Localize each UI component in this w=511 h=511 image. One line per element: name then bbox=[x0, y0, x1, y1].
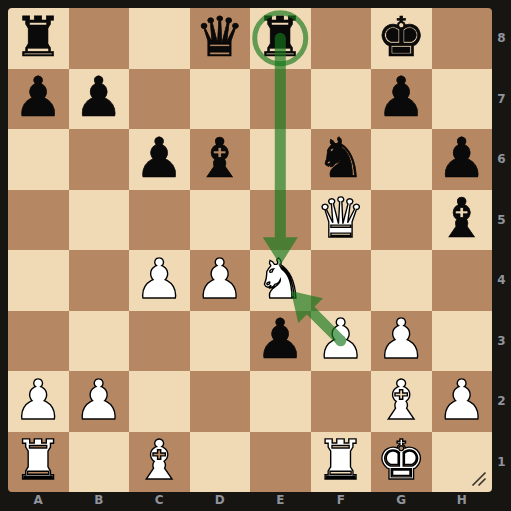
piece-black-pawn[interactable]: ♟ bbox=[14, 70, 63, 125]
file-label-f: F bbox=[311, 490, 372, 509]
square-g4[interactable] bbox=[371, 250, 432, 311]
square-a8[interactable]: ♜ bbox=[8, 8, 69, 69]
square-e1[interactable] bbox=[250, 432, 311, 493]
file-label-h: H bbox=[432, 490, 493, 509]
piece-white-pawn[interactable]: ♟ bbox=[316, 312, 365, 367]
rank-label-4: 4 bbox=[492, 250, 511, 311]
square-h7[interactable] bbox=[432, 69, 493, 130]
piece-white-rook[interactable]: ♜ bbox=[316, 433, 365, 488]
file-coordinates: ABCDEFGH bbox=[8, 490, 492, 509]
piece-black-rook[interactable]: ♜ bbox=[14, 10, 63, 65]
square-h5[interactable]: ♝ bbox=[432, 190, 493, 251]
square-d8[interactable]: ♛ bbox=[190, 8, 251, 69]
square-b8[interactable] bbox=[69, 8, 130, 69]
square-c6[interactable]: ♟ bbox=[129, 129, 190, 190]
rank-label-7: 7 bbox=[492, 69, 511, 130]
square-b3[interactable] bbox=[69, 311, 130, 372]
piece-white-knight[interactable]: ♞ bbox=[256, 252, 305, 307]
piece-black-bishop[interactable]: ♝ bbox=[437, 191, 486, 246]
square-c8[interactable] bbox=[129, 8, 190, 69]
square-e7[interactable] bbox=[250, 69, 311, 130]
piece-white-queen[interactable]: ♛ bbox=[316, 191, 365, 246]
square-c3[interactable] bbox=[129, 311, 190, 372]
square-e3[interactable]: ♟ bbox=[250, 311, 311, 372]
piece-white-pawn[interactable]: ♟ bbox=[437, 373, 486, 428]
square-f7[interactable] bbox=[311, 69, 372, 130]
rank-label-5: 5 bbox=[492, 190, 511, 251]
rank-label-6: 6 bbox=[492, 129, 511, 190]
square-a6[interactable] bbox=[8, 129, 69, 190]
piece-black-king[interactable]: ♚ bbox=[377, 10, 426, 65]
square-f1[interactable]: ♜ bbox=[311, 432, 372, 493]
square-e8[interactable]: ♜ bbox=[250, 8, 311, 69]
file-label-d: D bbox=[190, 490, 251, 509]
square-c4[interactable]: ♟ bbox=[129, 250, 190, 311]
square-h2[interactable]: ♟ bbox=[432, 371, 493, 432]
square-e4[interactable]: ♞ bbox=[250, 250, 311, 311]
square-h3[interactable] bbox=[432, 311, 493, 372]
piece-black-bishop[interactable]: ♝ bbox=[195, 131, 244, 186]
square-e2[interactable] bbox=[250, 371, 311, 432]
piece-white-pawn[interactable]: ♟ bbox=[14, 373, 63, 428]
square-b4[interactable] bbox=[69, 250, 130, 311]
square-d4[interactable]: ♟ bbox=[190, 250, 251, 311]
piece-black-pawn[interactable]: ♟ bbox=[135, 131, 184, 186]
square-c7[interactable] bbox=[129, 69, 190, 130]
rank-label-2: 2 bbox=[492, 371, 511, 432]
piece-white-bishop[interactable]: ♝ bbox=[377, 373, 426, 428]
chess-app-stage: ♜♛♜♚♟♟♟♟♝♞♟♛♝♟♟♞♟♟♟♟♟♝♟♜♝♜♚ 87654321 ABC… bbox=[0, 0, 511, 511]
square-h6[interactable]: ♟ bbox=[432, 129, 493, 190]
square-a1[interactable]: ♜ bbox=[8, 432, 69, 493]
chess-board: ♜♛♜♚♟♟♟♟♝♞♟♛♝♟♟♞♟♟♟♟♟♝♟♜♝♜♚ bbox=[8, 8, 492, 492]
square-b5[interactable] bbox=[69, 190, 130, 251]
rank-coordinates: 87654321 bbox=[492, 8, 511, 492]
square-b1[interactable] bbox=[69, 432, 130, 493]
file-label-b: B bbox=[69, 490, 130, 509]
square-c2[interactable] bbox=[129, 371, 190, 432]
square-b2[interactable]: ♟ bbox=[69, 371, 130, 432]
square-g8[interactable]: ♚ bbox=[371, 8, 432, 69]
square-d1[interactable] bbox=[190, 432, 251, 493]
piece-white-pawn[interactable]: ♟ bbox=[195, 252, 244, 307]
square-f8[interactable] bbox=[311, 8, 372, 69]
file-label-c: C bbox=[129, 490, 190, 509]
piece-black-knight[interactable]: ♞ bbox=[316, 131, 365, 186]
square-a3[interactable] bbox=[8, 311, 69, 372]
square-f4[interactable] bbox=[311, 250, 372, 311]
square-d6[interactable]: ♝ bbox=[190, 129, 251, 190]
square-d7[interactable] bbox=[190, 69, 251, 130]
square-c1[interactable]: ♝ bbox=[129, 432, 190, 493]
square-g7[interactable]: ♟ bbox=[371, 69, 432, 130]
rank-label-3: 3 bbox=[492, 311, 511, 372]
square-b7[interactable]: ♟ bbox=[69, 69, 130, 130]
square-d5[interactable] bbox=[190, 190, 251, 251]
square-f5[interactable]: ♛ bbox=[311, 190, 372, 251]
square-h8[interactable] bbox=[432, 8, 493, 69]
square-h4[interactable] bbox=[432, 250, 493, 311]
piece-white-pawn[interactable]: ♟ bbox=[377, 312, 426, 367]
piece-black-pawn[interactable]: ♟ bbox=[256, 312, 305, 367]
square-e6[interactable] bbox=[250, 129, 311, 190]
square-h1[interactable] bbox=[432, 432, 493, 493]
square-g3[interactable]: ♟ bbox=[371, 311, 432, 372]
square-c5[interactable] bbox=[129, 190, 190, 251]
square-d2[interactable] bbox=[190, 371, 251, 432]
piece-black-rook[interactable]: ♜ bbox=[256, 10, 305, 65]
square-f2[interactable] bbox=[311, 371, 372, 432]
file-label-a: A bbox=[8, 490, 69, 509]
square-f6[interactable]: ♞ bbox=[311, 129, 372, 190]
square-a5[interactable] bbox=[8, 190, 69, 251]
rank-label-1: 1 bbox=[492, 432, 511, 493]
piece-white-pawn[interactable]: ♟ bbox=[74, 373, 123, 428]
piece-white-rook[interactable]: ♜ bbox=[14, 433, 63, 488]
square-a4[interactable] bbox=[8, 250, 69, 311]
piece-black-queen[interactable]: ♛ bbox=[195, 10, 244, 65]
piece-black-pawn[interactable]: ♟ bbox=[437, 131, 486, 186]
piece-white-bishop[interactable]: ♝ bbox=[135, 433, 184, 488]
square-e5[interactable] bbox=[250, 190, 311, 251]
square-a7[interactable]: ♟ bbox=[8, 69, 69, 130]
square-g2[interactable]: ♝ bbox=[371, 371, 432, 432]
square-f3[interactable]: ♟ bbox=[311, 311, 372, 372]
square-g6[interactable] bbox=[371, 129, 432, 190]
square-g1[interactable]: ♚ bbox=[371, 432, 432, 493]
rank-label-8: 8 bbox=[492, 8, 511, 69]
piece-black-pawn[interactable]: ♟ bbox=[74, 70, 123, 125]
square-g5[interactable] bbox=[371, 190, 432, 251]
square-d3[interactable] bbox=[190, 311, 251, 372]
file-label-g: G bbox=[371, 490, 432, 509]
square-a2[interactable]: ♟ bbox=[8, 371, 69, 432]
square-b6[interactable] bbox=[69, 129, 130, 190]
piece-white-king[interactable]: ♚ bbox=[377, 433, 426, 488]
file-label-e: E bbox=[250, 490, 311, 509]
piece-white-pawn[interactable]: ♟ bbox=[135, 252, 184, 307]
piece-black-pawn[interactable]: ♟ bbox=[377, 70, 426, 125]
